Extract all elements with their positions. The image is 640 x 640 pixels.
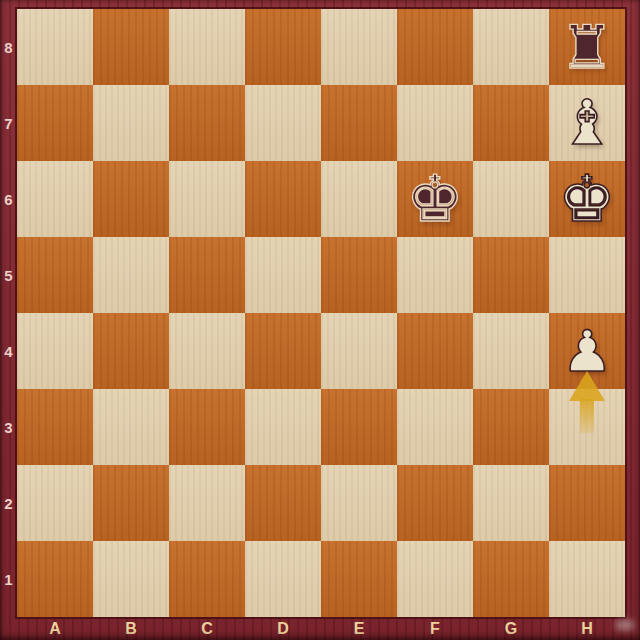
square-f8[interactable] xyxy=(397,9,473,85)
file-label-c: C xyxy=(169,617,245,640)
file-label-e: E xyxy=(321,617,397,640)
square-g3[interactable] xyxy=(473,389,549,465)
square-b1[interactable] xyxy=(93,541,169,617)
piece-black-king-f6[interactable]: ♚ xyxy=(397,161,473,237)
square-f6[interactable]: ♚ xyxy=(397,161,473,237)
square-a2[interactable] xyxy=(17,465,93,541)
square-d4[interactable] xyxy=(245,313,321,389)
rank-label-1: 1 xyxy=(0,541,17,617)
square-a1[interactable] xyxy=(17,541,93,617)
square-h2[interactable] xyxy=(549,465,625,541)
rank-label-4: 4 xyxy=(0,313,17,389)
file-label-a: A xyxy=(17,617,93,640)
square-d6[interactable] xyxy=(245,161,321,237)
square-h5[interactable] xyxy=(549,237,625,313)
file-labels: ABCDEFGH xyxy=(17,617,625,640)
square-f4[interactable] xyxy=(397,313,473,389)
piece-white-king-h6[interactable]: ♚ xyxy=(549,161,625,237)
square-d1[interactable] xyxy=(245,541,321,617)
square-a4[interactable] xyxy=(17,313,93,389)
square-g8[interactable] xyxy=(473,9,549,85)
square-g5[interactable] xyxy=(473,237,549,313)
rank-label-2: 2 xyxy=(0,465,17,541)
square-d3[interactable] xyxy=(245,389,321,465)
square-h7[interactable]: ♝ xyxy=(549,85,625,161)
square-e2[interactable] xyxy=(321,465,397,541)
square-f5[interactable] xyxy=(397,237,473,313)
square-e4[interactable] xyxy=(321,313,397,389)
file-label-h: H xyxy=(549,617,625,640)
square-f1[interactable] xyxy=(397,541,473,617)
square-g4[interactable] xyxy=(473,313,549,389)
square-c5[interactable] xyxy=(169,237,245,313)
square-c1[interactable] xyxy=(169,541,245,617)
square-c8[interactable] xyxy=(169,9,245,85)
square-d5[interactable] xyxy=(245,237,321,313)
file-label-b: B xyxy=(93,617,169,640)
square-c7[interactable] xyxy=(169,85,245,161)
square-h4[interactable]: ♟ xyxy=(549,313,625,389)
square-e5[interactable] xyxy=(321,237,397,313)
square-e7[interactable] xyxy=(321,85,397,161)
board-frame: 87654321 ♜♝♚♚♟ ABCDEFGH xyxy=(0,0,640,640)
rank-label-7: 7 xyxy=(0,85,17,161)
rank-label-6: 6 xyxy=(0,161,17,237)
square-b6[interactable] xyxy=(93,161,169,237)
board: ♜♝♚♚♟ xyxy=(17,9,625,617)
piece-white-pawn-h4[interactable]: ♟ xyxy=(549,313,625,389)
square-g6[interactable] xyxy=(473,161,549,237)
rank-label-3: 3 xyxy=(0,389,17,465)
square-h6[interactable]: ♚ xyxy=(549,161,625,237)
square-b5[interactable] xyxy=(93,237,169,313)
rank-labels: 87654321 xyxy=(0,9,17,617)
square-f3[interactable] xyxy=(397,389,473,465)
rank-label-8: 8 xyxy=(0,9,17,85)
square-b8[interactable] xyxy=(93,9,169,85)
square-h1[interactable] xyxy=(549,541,625,617)
square-c4[interactable] xyxy=(169,313,245,389)
square-a7[interactable] xyxy=(17,85,93,161)
square-g7[interactable] xyxy=(473,85,549,161)
square-f7[interactable] xyxy=(397,85,473,161)
square-a6[interactable] xyxy=(17,161,93,237)
square-c6[interactable] xyxy=(169,161,245,237)
square-e1[interactable] xyxy=(321,541,397,617)
rank-label-5: 5 xyxy=(0,237,17,313)
square-a5[interactable] xyxy=(17,237,93,313)
square-b7[interactable] xyxy=(93,85,169,161)
piece-white-bishop-h7[interactable]: ♝ xyxy=(549,85,625,161)
square-f2[interactable] xyxy=(397,465,473,541)
square-g1[interactable] xyxy=(473,541,549,617)
square-g2[interactable] xyxy=(473,465,549,541)
square-e3[interactable] xyxy=(321,389,397,465)
square-b4[interactable] xyxy=(93,313,169,389)
file-label-d: D xyxy=(245,617,321,640)
square-e8[interactable] xyxy=(321,9,397,85)
square-h8[interactable]: ♜ xyxy=(549,9,625,85)
square-a3[interactable] xyxy=(17,389,93,465)
square-d8[interactable] xyxy=(245,9,321,85)
square-b3[interactable] xyxy=(93,389,169,465)
file-label-g: G xyxy=(473,617,549,640)
square-d7[interactable] xyxy=(245,85,321,161)
square-h3[interactable] xyxy=(549,389,625,465)
square-b2[interactable] xyxy=(93,465,169,541)
square-c3[interactable] xyxy=(169,389,245,465)
file-label-f: F xyxy=(397,617,473,640)
piece-black-rook-h8[interactable]: ♜ xyxy=(549,9,625,85)
square-d2[interactable] xyxy=(245,465,321,541)
square-c2[interactable] xyxy=(169,465,245,541)
square-a8[interactable] xyxy=(17,9,93,85)
square-e6[interactable] xyxy=(321,161,397,237)
